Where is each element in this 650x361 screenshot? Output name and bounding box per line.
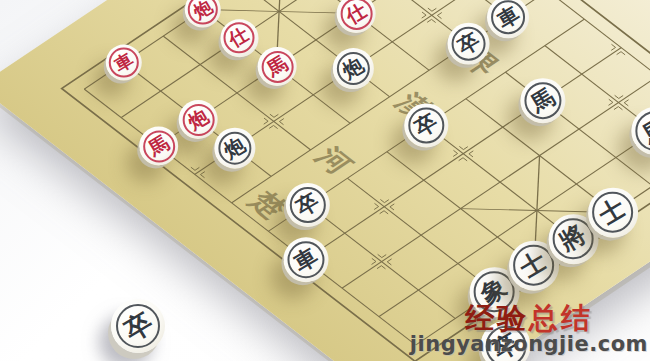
black-chariot-b[interactable]: 車 [283, 237, 328, 282]
black-pawn-a[interactable]: 卒 [448, 23, 490, 65]
red-piece-character: 仕 [342, 0, 369, 27]
red-cannon-b[interactable]: 炮 [178, 100, 217, 139]
red-horse-a[interactable]: 馬 [257, 47, 296, 86]
black-piece-character: 士 [517, 248, 551, 282]
watermark-title: 经验总结 [410, 303, 648, 333]
black-piece-character: 炮 [339, 54, 367, 82]
red-piece-character: 炮 [184, 106, 211, 133]
black-pawn-captured[interactable]: 卒 [111, 299, 165, 353]
red-piece-character: 仕 [227, 25, 253, 51]
red-advisor-a[interactable]: 仕 [221, 19, 259, 57]
black-piece-character: 卒 [454, 29, 483, 58]
black-piece-character: 卒 [411, 110, 441, 140]
black-cannon-b[interactable]: 炮 [333, 48, 374, 89]
photo-scene: 楚河漢界 車炮仕馬炮馬仕炮炮車卒卒卒車馬馬象士將士卒 经验总结 jingyanz… [0, 0, 650, 361]
black-piece-character: 炮 [220, 134, 248, 162]
black-cannon-a[interactable]: 炮 [214, 128, 255, 169]
black-piece-character: 馬 [527, 85, 558, 116]
watermark-url: jingyanzongjie.com [410, 333, 648, 355]
black-advisor-b[interactable]: 士 [588, 188, 638, 238]
black-piece-character: 馬 [639, 115, 650, 148]
red-piece-character: 馬 [263, 53, 290, 80]
black-piece-character: 卒 [119, 307, 156, 344]
black-piece-character: 車 [290, 244, 321, 275]
black-piece-character: 卒 [293, 190, 323, 220]
red-piece-character: 炮 [190, 0, 215, 22]
watermark-title-part1: 经验 [465, 301, 529, 335]
black-horse-a[interactable]: 馬 [520, 78, 565, 123]
black-pawn-c[interactable]: 卒 [405, 103, 448, 147]
red-chariot[interactable]: 車 [106, 45, 142, 81]
red-horse-b[interactable]: 馬 [138, 126, 177, 165]
black-pawn-b[interactable]: 卒 [286, 183, 329, 227]
black-piece-character: 車 [494, 3, 523, 32]
watermark: 经验总结 jingyanzongjie.com [410, 303, 648, 355]
red-piece-character: 馬 [145, 133, 172, 160]
black-piece-character: 士 [596, 195, 630, 229]
red-piece-character: 車 [111, 50, 136, 75]
black-piece-character: 將 [557, 222, 591, 256]
watermark-title-part2: 总结 [529, 301, 593, 335]
